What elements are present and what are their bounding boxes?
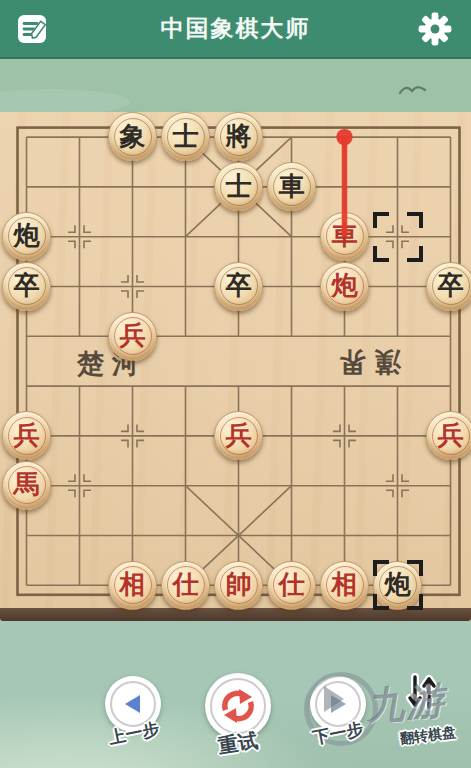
piece-red-cannon[interactable]: 炮 — [320, 262, 369, 311]
piece-black-advisor[interactable]: 士 — [161, 112, 210, 161]
board-intersection: 相 — [106, 560, 159, 610]
board-intersection: 兵 — [424, 411, 471, 461]
piece-character: 兵 — [120, 322, 146, 348]
piece-character: 炮 — [332, 272, 358, 298]
xiangqi-board: 楚河 漢界 象士將士車炮車卒卒炮卒兵兵兵兵馬相仕帥仕相炮 — [0, 112, 471, 621]
piece-red-soldier[interactable]: 兵 — [108, 312, 157, 361]
board-intersection: 仕 — [159, 560, 212, 610]
gear-icon[interactable] — [417, 11, 453, 47]
bird-icon — [398, 82, 428, 98]
piece-character: 炮 — [14, 222, 40, 248]
piece-character: 相 — [120, 571, 146, 597]
board-intersection: 帥 — [212, 560, 265, 610]
app-header: 中国象棋大师 — [0, 0, 471, 59]
piece-character: 卒 — [438, 272, 464, 298]
piece-character: 將 — [226, 123, 252, 149]
piece-black-advisor[interactable]: 士 — [214, 162, 263, 211]
piece-character: 兵 — [226, 422, 252, 448]
piece-character: 馬 — [14, 471, 40, 497]
piece-red-soldier[interactable]: 兵 — [426, 411, 471, 460]
board-intersection: 卒 — [424, 261, 471, 311]
piece-red-soldier[interactable]: 兵 — [214, 411, 263, 460]
board-intersection: 兵 — [0, 411, 53, 461]
board-intersection: 車 — [318, 212, 371, 262]
piece-character: 仕 — [279, 571, 305, 597]
piece-character: 車 — [332, 222, 358, 248]
board-intersection: 馬 — [0, 461, 53, 511]
piece-black-soldier[interactable]: 卒 — [214, 262, 263, 311]
piece-layer: 象士將士車炮車卒卒炮卒兵兵兵兵馬相仕帥仕相炮 — [0, 112, 471, 610]
board-intersection: 士 — [212, 162, 265, 212]
piece-character: 仕 — [173, 571, 199, 597]
piece-black-elephant[interactable]: 象 — [108, 112, 157, 161]
flip-board-icon[interactable] — [402, 667, 442, 717]
piece-black-soldier[interactable]: 卒 — [426, 262, 471, 311]
piece-black-general[interactable]: 將 — [214, 112, 263, 161]
piece-character: 炮 — [385, 571, 411, 597]
piece-black-cannon[interactable]: 炮 — [373, 561, 422, 610]
board-intersection: 炮 — [371, 560, 424, 610]
piece-character: 車 — [279, 173, 305, 199]
board-intersection: 卒 — [212, 261, 265, 311]
board-intersection: 兵 — [106, 311, 159, 361]
piece-black-cannon[interactable]: 炮 — [2, 212, 51, 261]
piece-red-soldier[interactable]: 兵 — [2, 411, 51, 460]
piece-character: 士 — [173, 123, 199, 149]
page-title: 中国象棋大师 — [0, 13, 471, 44]
piece-character: 兵 — [438, 422, 464, 448]
piece-red-chariot[interactable]: 車 — [320, 212, 369, 261]
piece-character: 相 — [332, 571, 358, 597]
board-intersection: 相 — [318, 560, 371, 610]
board-intersection: 炮 — [0, 212, 53, 262]
board-intersection: 象 — [106, 112, 159, 162]
piece-black-chariot[interactable]: 車 — [267, 162, 316, 211]
piece-red-advisor[interactable]: 仕 — [161, 561, 210, 610]
piece-red-elephant[interactable]: 相 — [320, 561, 369, 610]
app-screen: 中国象棋大师 楚河 漢界 象士將士車炮車卒卒炮卒兵兵兵兵馬相 — [0, 0, 471, 768]
board-intersection: 士 — [159, 112, 212, 162]
board-intersection: 仕 — [265, 560, 318, 610]
board-intersection: 卒 — [0, 261, 53, 311]
board-intersection: 兵 — [212, 411, 265, 461]
piece-character: 卒 — [14, 272, 40, 298]
piece-character: 帥 — [226, 571, 252, 597]
board-intersection: 將 — [212, 112, 265, 162]
board-intersection: 車 — [265, 162, 318, 212]
piece-character: 象 — [120, 123, 146, 149]
board-intersection: 炮 — [318, 261, 371, 311]
piece-character: 士 — [226, 173, 252, 199]
piece-red-advisor[interactable]: 仕 — [267, 561, 316, 610]
piece-red-horse[interactable]: 馬 — [2, 461, 51, 510]
piece-red-general[interactable]: 帥 — [214, 561, 263, 610]
piece-character: 卒 — [226, 272, 252, 298]
piece-black-soldier[interactable]: 卒 — [2, 262, 51, 311]
piece-red-elephant[interactable]: 相 — [108, 561, 157, 610]
piece-character: 兵 — [14, 422, 40, 448]
